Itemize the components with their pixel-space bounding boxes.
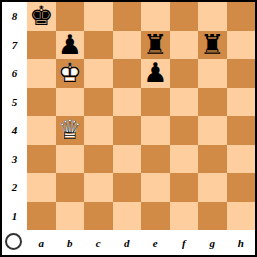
black-pawn[interactable]: ♟ [56,31,85,60]
square-c3[interactable] [84,145,113,174]
square-h8[interactable] [227,2,256,31]
square-h1[interactable] [227,202,256,231]
square-e6[interactable]: ♟ [141,59,170,88]
rank-label-6: 6 [2,59,27,88]
square-c4[interactable] [84,116,113,145]
square-a7[interactable] [27,31,56,60]
square-a4[interactable] [27,116,56,145]
file-label-e: e [141,230,170,255]
file-label-g: g [198,230,227,255]
square-h2[interactable] [227,173,256,202]
white-king-outline: ♔ [56,59,85,88]
rank-labels: 87654321 [2,2,27,230]
white-to-move-indicator [5,233,22,250]
square-e2[interactable] [141,173,170,202]
square-f2[interactable] [170,173,199,202]
rank-label-4: 4 [2,116,27,145]
square-g3[interactable] [198,145,227,174]
square-f6[interactable] [170,59,199,88]
square-g6[interactable] [198,59,227,88]
square-f5[interactable] [170,88,199,117]
square-a5[interactable] [27,88,56,117]
square-c8[interactable] [84,2,113,31]
square-f1[interactable] [170,202,199,231]
square-c5[interactable] [84,88,113,117]
square-g4[interactable] [198,116,227,145]
square-b1[interactable] [56,202,85,231]
square-h6[interactable] [227,59,256,88]
square-b7[interactable]: ♟ [56,31,85,60]
file-label-a: a [27,230,56,255]
rank-label-2: 2 [2,173,27,202]
square-a8[interactable]: ♚ [27,2,56,31]
square-b2[interactable] [56,173,85,202]
square-h5[interactable] [227,88,256,117]
square-d8[interactable] [113,2,142,31]
square-a3[interactable] [27,145,56,174]
black-pawn[interactable]: ♟ [141,59,170,88]
rank-label-8: 8 [2,2,27,31]
square-b4[interactable]: ♛♕ [56,116,85,145]
square-f3[interactable] [170,145,199,174]
square-e4[interactable] [141,116,170,145]
chess-diagram: 87654321 ♚♟♜♜♚♔♟♛♕ abcdefgh [0,0,257,257]
square-g2[interactable] [198,173,227,202]
square-e3[interactable] [141,145,170,174]
square-e7[interactable]: ♜ [141,31,170,60]
square-f8[interactable] [170,2,199,31]
square-c6[interactable] [84,59,113,88]
square-f7[interactable] [170,31,199,60]
file-label-b: b [56,230,85,255]
square-d6[interactable] [113,59,142,88]
file-label-h: h [227,230,256,255]
square-d1[interactable] [113,202,142,231]
square-a2[interactable] [27,173,56,202]
file-label-f: f [170,230,199,255]
square-c1[interactable] [84,202,113,231]
black-rook[interactable]: ♜ [141,31,170,60]
white-queen-outline: ♕ [56,116,85,145]
square-e1[interactable] [141,202,170,231]
square-f4[interactable] [170,116,199,145]
square-d5[interactable] [113,88,142,117]
square-g5[interactable] [198,88,227,117]
square-d7[interactable] [113,31,142,60]
white-king[interactable]: ♚♔ [56,59,85,88]
square-b6[interactable]: ♚♔ [56,59,85,88]
white-queen[interactable]: ♛♕ [56,116,85,145]
square-b3[interactable] [56,145,85,174]
black-king[interactable]: ♚ [27,2,56,31]
file-labels: abcdefgh [27,230,255,255]
square-e8[interactable] [141,2,170,31]
rank-label-7: 7 [2,31,27,60]
rank-label-3: 3 [2,145,27,174]
square-b8[interactable] [56,2,85,31]
square-a1[interactable] [27,202,56,231]
square-a6[interactable] [27,59,56,88]
square-e5[interactable] [141,88,170,117]
square-b5[interactable] [56,88,85,117]
rank-label-1: 1 [2,202,27,231]
file-label-c: c [84,230,113,255]
rank-label-5: 5 [2,88,27,117]
square-d3[interactable] [113,145,142,174]
square-g7[interactable]: ♜ [198,31,227,60]
black-rook[interactable]: ♜ [198,31,227,60]
square-g8[interactable] [198,2,227,31]
square-h3[interactable] [227,145,256,174]
square-d4[interactable] [113,116,142,145]
square-c7[interactable] [84,31,113,60]
square-d2[interactable] [113,173,142,202]
square-c2[interactable] [84,173,113,202]
square-h4[interactable] [227,116,256,145]
square-h7[interactable] [227,31,256,60]
board: ♚♟♜♜♚♔♟♛♕ [27,2,255,230]
square-g1[interactable] [198,202,227,231]
file-label-d: d [113,230,142,255]
